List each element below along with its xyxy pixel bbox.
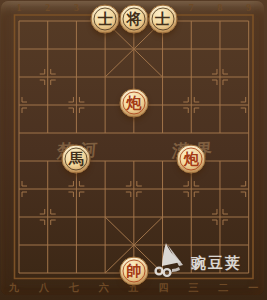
board-grid: [0, 0, 267, 300]
top-file-label-2: 2: [45, 3, 50, 13]
bottom-file-label-4: 四: [159, 283, 169, 293]
piece-glyph: 将: [126, 12, 141, 27]
piece-glyph: 馬: [69, 152, 84, 167]
piece-glyph: 炮: [184, 152, 199, 167]
piece-red-cannon[interactable]: 炮: [177, 145, 206, 174]
piece-black-advisor[interactable]: 士: [91, 5, 120, 34]
top-file-label-8: 8: [217, 3, 222, 13]
piece-glyph: 士: [98, 12, 113, 27]
bottom-file-label-1: 一: [248, 283, 258, 293]
top-file-label-7: 7: [189, 3, 194, 13]
bottom-file-label-8: 八: [39, 283, 49, 293]
piece-glyph: 炮: [126, 96, 141, 111]
bottom-file-label-2: 二: [218, 283, 228, 293]
piece-black-horse[interactable]: 馬: [62, 145, 91, 174]
piece-red-cannon[interactable]: 炮: [119, 89, 148, 118]
piece-red-general[interactable]: 帥: [119, 257, 148, 286]
top-file-label-3: 3: [74, 3, 79, 13]
piece-black-advisor[interactable]: 士: [148, 5, 177, 34]
bottom-file-label-3: 三: [188, 283, 198, 293]
xiangqi-app-window: 123456789 九八七六五四三二一 楚河 漢界 士将士炮馬炮帥 豌豆荚: [0, 0, 267, 300]
piece-glyph: 士: [155, 12, 170, 27]
bottom-file-label-7: 七: [69, 283, 79, 293]
top-file-label-9: 9: [246, 3, 251, 13]
bottom-file-label-6: 六: [99, 283, 109, 293]
piece-black-general[interactable]: 将: [119, 5, 148, 34]
piece-glyph: 帥: [126, 264, 141, 279]
bottom-file-label-9: 九: [9, 283, 19, 293]
top-file-label-1: 1: [17, 3, 22, 13]
